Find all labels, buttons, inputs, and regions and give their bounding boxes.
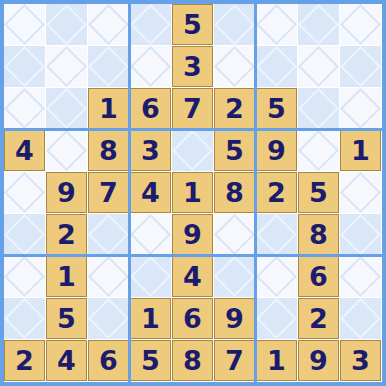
cell-r3c2[interactable]	[46, 88, 87, 129]
cell-r4c8[interactable]	[298, 130, 339, 171]
cell-r3c1[interactable]	[4, 88, 45, 129]
cell-r1c3[interactable]	[88, 4, 129, 45]
cell-r3c4[interactable]: 6	[130, 88, 171, 129]
cell-r2c2[interactable]	[46, 46, 87, 87]
box-separator-vertical-2	[254, 4, 257, 382]
cell-r9c2[interactable]: 4	[46, 340, 87, 381]
cell-r4c7[interactable]: 9	[256, 130, 297, 171]
box-separator-horizontal-1	[4, 128, 382, 131]
cell-r9c4[interactable]: 5	[130, 340, 171, 381]
cell-r6c6[interactable]	[214, 214, 255, 255]
cell-r8c2[interactable]: 5	[46, 298, 87, 339]
cell-r2c1[interactable]	[4, 46, 45, 87]
cell-r5c4[interactable]: 4	[130, 172, 171, 213]
cell-r8c8[interactable]: 2	[298, 298, 339, 339]
cell-r4c6[interactable]: 5	[214, 130, 255, 171]
cell-r2c6[interactable]	[214, 46, 255, 87]
cell-r9c9[interactable]: 3	[340, 340, 381, 381]
cell-r8c3[interactable]	[88, 298, 129, 339]
cell-r1c8[interactable]	[298, 4, 339, 45]
cell-r1c2[interactable]	[46, 4, 87, 45]
cell-r5c6[interactable]: 8	[214, 172, 255, 213]
cell-r2c4[interactable]	[130, 46, 171, 87]
cell-r3c7[interactable]: 5	[256, 88, 297, 129]
box-separator-horizontal-2	[4, 254, 382, 257]
cell-r2c3[interactable]	[88, 46, 129, 87]
sudoku-board: 5316725483591974182529814651692246587193	[0, 0, 386, 386]
cell-r9c3[interactable]: 6	[88, 340, 129, 381]
cell-r3c8[interactable]	[298, 88, 339, 129]
cell-r6c9[interactable]	[340, 214, 381, 255]
cell-r2c7[interactable]	[256, 46, 297, 87]
cell-r9c5[interactable]: 8	[172, 340, 213, 381]
cell-r2c5[interactable]: 3	[172, 46, 213, 87]
cell-r7c7[interactable]	[256, 256, 297, 297]
cell-r7c2[interactable]: 1	[46, 256, 87, 297]
cell-r7c6[interactable]	[214, 256, 255, 297]
cell-r2c9[interactable]	[340, 46, 381, 87]
cell-r9c6[interactable]: 7	[214, 340, 255, 381]
cell-r4c3[interactable]: 8	[88, 130, 129, 171]
cell-r8c6[interactable]: 9	[214, 298, 255, 339]
cell-r3c9[interactable]	[340, 88, 381, 129]
cell-r6c4[interactable]	[130, 214, 171, 255]
cell-r9c8[interactable]: 9	[298, 340, 339, 381]
box-separator-vertical-1	[128, 4, 131, 382]
cell-r8c5[interactable]: 6	[172, 298, 213, 339]
cell-r7c4[interactable]	[130, 256, 171, 297]
cell-r8c4[interactable]: 1	[130, 298, 171, 339]
cell-r1c9[interactable]	[340, 4, 381, 45]
cell-r5c9[interactable]	[340, 172, 381, 213]
cell-r5c3[interactable]: 7	[88, 172, 129, 213]
cell-r7c9[interactable]	[340, 256, 381, 297]
cell-r2c8[interactable]	[298, 46, 339, 87]
cell-r5c2[interactable]: 9	[46, 172, 87, 213]
cell-r1c5[interactable]: 5	[172, 4, 213, 45]
cell-r3c5[interactable]: 7	[172, 88, 213, 129]
cell-r7c3[interactable]	[88, 256, 129, 297]
cell-r5c1[interactable]	[4, 172, 45, 213]
cell-r1c7[interactable]	[256, 4, 297, 45]
cell-r8c9[interactable]	[340, 298, 381, 339]
cell-r1c4[interactable]	[130, 4, 171, 45]
cell-r1c6[interactable]	[214, 4, 255, 45]
cell-r1c1[interactable]	[4, 4, 45, 45]
cell-r4c1[interactable]: 4	[4, 130, 45, 171]
cell-r7c1[interactable]	[4, 256, 45, 297]
cell-r6c8[interactable]: 8	[298, 214, 339, 255]
cell-r8c7[interactable]	[256, 298, 297, 339]
sudoku-grid: 5316725483591974182529814651692246587193	[4, 4, 381, 381]
cell-r9c7[interactable]: 1	[256, 340, 297, 381]
cell-r4c2[interactable]	[46, 130, 87, 171]
cell-r7c8[interactable]: 6	[298, 256, 339, 297]
cell-r9c1[interactable]: 2	[4, 340, 45, 381]
cell-r8c1[interactable]	[4, 298, 45, 339]
cell-r4c4[interactable]: 3	[130, 130, 171, 171]
cell-r6c5[interactable]: 9	[172, 214, 213, 255]
cell-r7c5[interactable]: 4	[172, 256, 213, 297]
cell-r6c7[interactable]	[256, 214, 297, 255]
cell-r5c7[interactable]: 2	[256, 172, 297, 213]
cell-r3c3[interactable]: 1	[88, 88, 129, 129]
cell-r3c6[interactable]: 2	[214, 88, 255, 129]
cell-r6c2[interactable]: 2	[46, 214, 87, 255]
cell-r4c9[interactable]: 1	[340, 130, 381, 171]
cell-r6c1[interactable]	[4, 214, 45, 255]
cell-r6c3[interactable]	[88, 214, 129, 255]
cell-r5c8[interactable]: 5	[298, 172, 339, 213]
cell-r5c5[interactable]: 1	[172, 172, 213, 213]
cell-r4c5[interactable]	[172, 130, 213, 171]
